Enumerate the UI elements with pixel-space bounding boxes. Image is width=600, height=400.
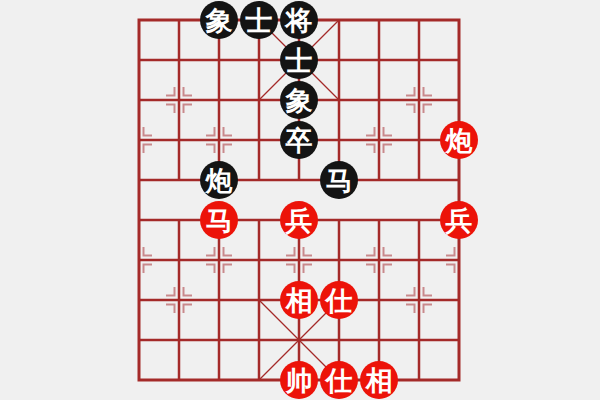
piece-black-general[interactable]: 将 <box>280 1 318 39</box>
piece-red-soldier[interactable]: 兵 <box>280 201 318 239</box>
piece-red-advisor[interactable]: 仕 <box>320 281 358 319</box>
piece-red-advisor[interactable]: 仕 <box>320 361 358 399</box>
xiangqi-board-screen: 象士将士象卒炮炮马马兵兵相仕帅仕相 <box>0 0 600 400</box>
piece-black-advisor[interactable]: 士 <box>240 1 278 39</box>
piece-black-advisor[interactable]: 士 <box>280 41 318 79</box>
piece-black-soldier[interactable]: 卒 <box>280 121 318 159</box>
piece-red-soldier[interactable]: 兵 <box>440 201 478 239</box>
board-grid: 象士将士象卒炮炮马马兵兵相仕帅仕相 <box>119 0 479 400</box>
piece-red-horse[interactable]: 马 <box>200 201 238 239</box>
piece-black-elephant[interactable]: 象 <box>200 1 238 39</box>
piece-red-elephant[interactable]: 相 <box>360 361 398 399</box>
piece-black-horse[interactable]: 马 <box>320 161 358 199</box>
piece-red-general[interactable]: 帅 <box>280 361 318 399</box>
piece-red-cannon[interactable]: 炮 <box>440 121 478 159</box>
piece-red-elephant[interactable]: 相 <box>280 281 318 319</box>
piece-black-elephant[interactable]: 象 <box>280 81 318 119</box>
piece-black-cannon[interactable]: 炮 <box>200 161 238 199</box>
